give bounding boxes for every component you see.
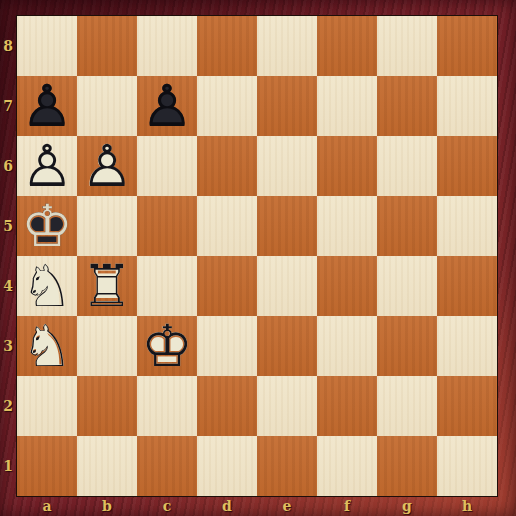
square-a1[interactable] (17, 436, 77, 496)
square-a6[interactable]: ♟♙ (17, 136, 77, 196)
rank-labels: 87654321 (0, 16, 16, 496)
square-f4[interactable] (317, 256, 377, 316)
square-c5[interactable] (137, 196, 197, 256)
piece-outline-glyph: ♙ (17, 136, 77, 196)
square-e6[interactable] (257, 136, 317, 196)
square-h3[interactable] (437, 316, 497, 376)
square-f5[interactable] (317, 196, 377, 256)
file-label-h: h (437, 497, 497, 515)
square-d7[interactable] (197, 76, 257, 136)
square-c3[interactable]: ♚♔ (137, 316, 197, 376)
square-d8[interactable] (197, 16, 257, 76)
piece-white-king-c3[interactable]: ♚♔ (137, 316, 197, 376)
file-label-e: e (257, 497, 317, 515)
square-g5[interactable] (377, 196, 437, 256)
piece-white-rook-b4[interactable]: ♜♖ (77, 256, 137, 316)
square-c7[interactable]: ♟♙ (137, 76, 197, 136)
square-d1[interactable] (197, 436, 257, 496)
square-c1[interactable] (137, 436, 197, 496)
square-h2[interactable] (437, 376, 497, 436)
square-h1[interactable] (437, 436, 497, 496)
square-a8[interactable] (17, 16, 77, 76)
square-d3[interactable] (197, 316, 257, 376)
file-label-d: d (197, 497, 257, 515)
file-label-g: g (377, 497, 437, 515)
square-g8[interactable] (377, 16, 437, 76)
square-b4[interactable]: ♜♖ (77, 256, 137, 316)
file-label-f: f (317, 497, 377, 515)
piece-black-king-a5[interactable]: ♚♔ (17, 196, 77, 256)
square-d4[interactable] (197, 256, 257, 316)
square-b5[interactable] (77, 196, 137, 256)
square-e7[interactable] (257, 76, 317, 136)
square-a3[interactable]: ♞♘ (17, 316, 77, 376)
square-g2[interactable] (377, 376, 437, 436)
square-d2[interactable] (197, 376, 257, 436)
square-d6[interactable] (197, 136, 257, 196)
square-b2[interactable] (77, 376, 137, 436)
square-f3[interactable] (317, 316, 377, 376)
square-f6[interactable] (317, 136, 377, 196)
file-labels: abcdefgh (17, 497, 497, 515)
piece-outline-glyph: ♘ (17, 316, 77, 376)
piece-white-knight-a4[interactable]: ♞♘ (17, 256, 77, 316)
board-frame: 87654321 ♟♙♟♙♟♙♟♙♚♔♞♘♜♖♞♘♚♔ abcdefgh (0, 0, 516, 516)
square-d5[interactable] (197, 196, 257, 256)
piece-outline-glyph: ♘ (17, 256, 77, 316)
square-e8[interactable] (257, 16, 317, 76)
square-f2[interactable] (317, 376, 377, 436)
square-g7[interactable] (377, 76, 437, 136)
piece-outline-glyph: ♙ (137, 76, 197, 136)
square-e1[interactable] (257, 436, 317, 496)
rank-label-6: 6 (0, 136, 16, 196)
square-a2[interactable] (17, 376, 77, 436)
square-b8[interactable] (77, 16, 137, 76)
square-g3[interactable] (377, 316, 437, 376)
rank-label-3: 3 (0, 316, 16, 376)
square-b3[interactable] (77, 316, 137, 376)
square-h7[interactable] (437, 76, 497, 136)
square-e5[interactable] (257, 196, 317, 256)
square-e4[interactable] (257, 256, 317, 316)
square-f7[interactable] (317, 76, 377, 136)
square-c2[interactable] (137, 376, 197, 436)
file-label-a: a (17, 497, 77, 515)
square-g1[interactable] (377, 436, 437, 496)
square-b7[interactable] (77, 76, 137, 136)
rank-label-5: 5 (0, 196, 16, 256)
square-a5[interactable]: ♚♔ (17, 196, 77, 256)
square-c4[interactable] (137, 256, 197, 316)
rank-label-2: 2 (0, 376, 16, 436)
square-b1[interactable] (77, 436, 137, 496)
square-h6[interactable] (437, 136, 497, 196)
piece-white-pawn-b6[interactable]: ♟♙ (77, 136, 137, 196)
piece-black-pawn-c7[interactable]: ♟♙ (137, 76, 197, 136)
file-label-c: c (137, 497, 197, 515)
rank-label-4: 4 (0, 256, 16, 316)
square-h5[interactable] (437, 196, 497, 256)
piece-outline-glyph: ♙ (17, 76, 77, 136)
square-a4[interactable]: ♞♘ (17, 256, 77, 316)
file-label-b: b (77, 497, 137, 515)
piece-outline-glyph: ♙ (77, 136, 137, 196)
square-h4[interactable] (437, 256, 497, 316)
rank-label-7: 7 (0, 76, 16, 136)
rank-label-1: 1 (0, 436, 16, 496)
square-f1[interactable] (317, 436, 377, 496)
chess-board: ♟♙♟♙♟♙♟♙♚♔♞♘♜♖♞♘♚♔ (16, 15, 498, 497)
piece-outline-glyph: ♖ (77, 256, 137, 316)
piece-white-knight-a3[interactable]: ♞♘ (17, 316, 77, 376)
square-g6[interactable] (377, 136, 437, 196)
square-e2[interactable] (257, 376, 317, 436)
square-c8[interactable] (137, 16, 197, 76)
piece-outline-glyph: ♔ (17, 196, 77, 256)
square-f8[interactable] (317, 16, 377, 76)
rank-label-8: 8 (0, 16, 16, 76)
piece-black-pawn-a7[interactable]: ♟♙ (17, 76, 77, 136)
square-e3[interactable] (257, 316, 317, 376)
piece-white-pawn-a6[interactable]: ♟♙ (17, 136, 77, 196)
square-b6[interactable]: ♟♙ (77, 136, 137, 196)
square-g4[interactable] (377, 256, 437, 316)
piece-outline-glyph: ♔ (137, 316, 197, 376)
square-a7[interactable]: ♟♙ (17, 76, 77, 136)
square-h8[interactable] (437, 16, 497, 76)
square-c6[interactable] (137, 136, 197, 196)
